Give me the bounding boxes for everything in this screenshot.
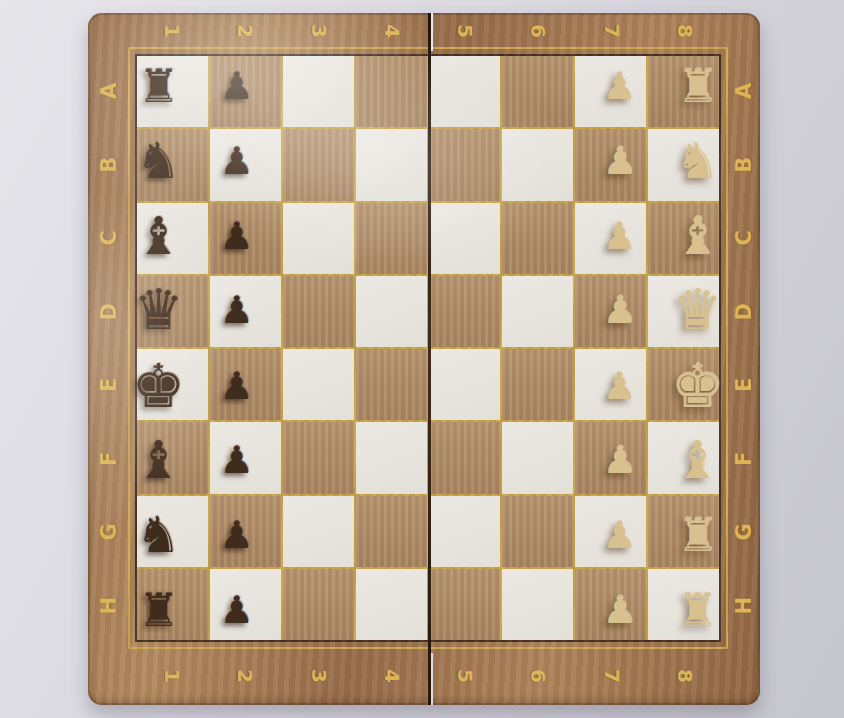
rank-label: 4 bbox=[375, 0, 407, 68]
board-square-g2[interactable]: ♟ bbox=[210, 496, 281, 567]
board-square-f6[interactable] bbox=[502, 422, 573, 493]
board-square-d8[interactable]: ♛ bbox=[648, 276, 719, 347]
file-label: A bbox=[707, 77, 781, 105]
file-label: G bbox=[72, 515, 146, 549]
board-square-h4[interactable] bbox=[356, 569, 427, 640]
board-square-b4[interactable] bbox=[356, 129, 427, 200]
board-square-d4[interactable] bbox=[356, 276, 427, 347]
rank-label: 2 bbox=[224, 639, 266, 712]
board-square-g8[interactable]: ♜ bbox=[648, 496, 719, 567]
board-fold-seam bbox=[428, 13, 431, 705]
chess-piece-dark-rook[interactable]: ♜ bbox=[138, 63, 179, 109]
chess-piece-dark-knight[interactable]: ♞ bbox=[136, 510, 181, 560]
rank-label: 8 bbox=[663, 639, 705, 712]
board-square-e8[interactable]: ♚ bbox=[648, 349, 719, 420]
rank-label: 6 bbox=[517, 639, 559, 712]
board-square-b2[interactable]: ♟ bbox=[210, 129, 281, 200]
board-square-f3[interactable] bbox=[283, 422, 354, 493]
board-square-b1[interactable]: ♞ bbox=[137, 129, 208, 200]
rank-label: 4 bbox=[370, 639, 412, 712]
board-square-e4[interactable] bbox=[356, 349, 427, 420]
board-square-g7[interactable]: ♟ bbox=[575, 496, 646, 567]
board-square-c6[interactable] bbox=[502, 203, 573, 274]
board-square-d1[interactable]: ♛ bbox=[137, 276, 208, 347]
chess-piece-dark-pawn[interactable]: ♟ bbox=[219, 591, 253, 629]
file-label: H bbox=[707, 591, 781, 619]
chess-piece-dark-king[interactable]: ♚ bbox=[132, 356, 186, 416]
board-square-d3[interactable] bbox=[283, 276, 354, 347]
rank-label: 8 bbox=[668, 0, 700, 68]
board-square-g3[interactable] bbox=[283, 496, 354, 567]
board-square-a8[interactable]: ♜ bbox=[648, 56, 719, 127]
chess-piece-dark-pawn[interactable]: ♟ bbox=[219, 217, 253, 255]
chess-piece-light-pawn[interactable]: ♟ bbox=[602, 516, 636, 554]
chess-piece-dark-pawn[interactable]: ♟ bbox=[219, 142, 253, 180]
chess-piece-light-pawn[interactable]: ♟ bbox=[602, 441, 636, 479]
chess-piece-dark-bishop[interactable]: ♝ bbox=[135, 434, 182, 486]
rank-label: 3 bbox=[302, 0, 334, 68]
rank-label: 3 bbox=[297, 639, 339, 712]
board-square-f2[interactable]: ♟ bbox=[210, 422, 281, 493]
chess-piece-light-rook[interactable]: ♜ bbox=[677, 512, 718, 558]
board-square-c4[interactable] bbox=[356, 203, 427, 274]
board-square-f5[interactable] bbox=[429, 422, 500, 493]
board-square-c7[interactable]: ♟ bbox=[575, 203, 646, 274]
board-square-d2[interactable]: ♟ bbox=[210, 276, 281, 347]
board-square-b8[interactable]: ♞ bbox=[648, 129, 719, 200]
chess-piece-dark-knight[interactable]: ♞ bbox=[136, 136, 181, 186]
rank-label: 1 bbox=[151, 639, 193, 712]
board-square-h1[interactable]: ♜ bbox=[137, 569, 208, 640]
board-square-g5[interactable] bbox=[429, 496, 500, 567]
file-label: B bbox=[72, 147, 146, 181]
board-square-d6[interactable] bbox=[502, 276, 573, 347]
board-square-e5[interactable] bbox=[429, 349, 500, 420]
file-label: A bbox=[72, 74, 146, 108]
board-square-h5[interactable] bbox=[429, 569, 500, 640]
board-square-c2[interactable]: ♟ bbox=[210, 203, 281, 274]
rank-label: 7 bbox=[595, 0, 627, 68]
board-square-d7[interactable]: ♟ bbox=[575, 276, 646, 347]
chess-piece-light-knight[interactable]: ♞ bbox=[675, 136, 720, 186]
chess-piece-light-rook[interactable]: ♜ bbox=[677, 587, 718, 633]
board-square-c1[interactable]: ♝ bbox=[137, 203, 208, 274]
rank-label: 5 bbox=[444, 639, 486, 712]
file-label: H bbox=[72, 588, 146, 622]
board-square-e3[interactable] bbox=[283, 349, 354, 420]
chess-piece-dark-pawn[interactable]: ♟ bbox=[219, 367, 253, 405]
board-square-b3[interactable] bbox=[283, 129, 354, 200]
board-square-h2[interactable]: ♟ bbox=[210, 569, 281, 640]
board-square-e6[interactable] bbox=[502, 349, 573, 420]
board-square-a1[interactable]: ♜ bbox=[137, 56, 208, 127]
chess-piece-dark-pawn[interactable]: ♟ bbox=[219, 441, 253, 479]
chess-piece-light-pawn[interactable]: ♟ bbox=[602, 217, 636, 255]
chess-piece-dark-pawn[interactable]: ♟ bbox=[219, 516, 253, 554]
file-labels-right: ABCDEFGH bbox=[730, 54, 758, 642]
board-square-f1[interactable]: ♝ bbox=[137, 422, 208, 493]
file-label: G bbox=[707, 518, 781, 546]
chess-piece-light-king[interactable]: ♚ bbox=[671, 356, 725, 416]
chess-piece-light-pawn[interactable]: ♟ bbox=[602, 291, 636, 329]
chess-piece-dark-bishop[interactable]: ♝ bbox=[135, 210, 182, 262]
board-square-g6[interactable] bbox=[502, 496, 573, 567]
chess-piece-light-bishop[interactable]: ♝ bbox=[674, 434, 721, 486]
chess-piece-light-queen[interactable]: ♛ bbox=[672, 282, 722, 338]
rank-label: 6 bbox=[522, 0, 554, 68]
chess-piece-dark-pawn[interactable]: ♟ bbox=[219, 67, 253, 105]
rank-label: 7 bbox=[590, 639, 632, 712]
board-square-h7[interactable]: ♟ bbox=[575, 569, 646, 640]
board-square-a7[interactable]: ♟ bbox=[575, 56, 646, 127]
board-square-h6[interactable] bbox=[502, 569, 573, 640]
board-square-b6[interactable] bbox=[502, 129, 573, 200]
board-square-g4[interactable] bbox=[356, 496, 427, 567]
chess-piece-dark-pawn[interactable]: ♟ bbox=[219, 291, 253, 329]
chess-piece-dark-queen[interactable]: ♛ bbox=[133, 282, 183, 338]
chess-piece-light-pawn[interactable]: ♟ bbox=[602, 142, 636, 180]
chess-piece-dark-rook[interactable]: ♜ bbox=[138, 587, 179, 633]
chess-board: 12345678 12345678 ABCDEFGH ABCDEFGH ♜♟♟♜… bbox=[88, 13, 760, 705]
board-square-f7[interactable]: ♟ bbox=[575, 422, 646, 493]
file-labels-left: ABCDEFGH bbox=[92, 54, 126, 642]
board-square-b7[interactable]: ♟ bbox=[575, 129, 646, 200]
board-square-b5[interactable] bbox=[429, 129, 500, 200]
board-square-d5[interactable] bbox=[429, 276, 500, 347]
board-square-e1[interactable]: ♚ bbox=[137, 349, 208, 420]
board-square-c3[interactable] bbox=[283, 203, 354, 274]
board-square-f8[interactable]: ♝ bbox=[648, 422, 719, 493]
board-square-h8[interactable]: ♜ bbox=[648, 569, 719, 640]
chess-piece-light-pawn[interactable]: ♟ bbox=[602, 67, 636, 105]
chess-piece-light-pawn[interactable]: ♟ bbox=[602, 591, 636, 629]
chess-piece-light-pawn[interactable]: ♟ bbox=[602, 367, 636, 405]
photo-background: 12345678 12345678 ABCDEFGH ABCDEFGH ♜♟♟♜… bbox=[0, 0, 844, 718]
board-square-c8[interactable]: ♝ bbox=[648, 203, 719, 274]
board-square-e2[interactable]: ♟ bbox=[210, 349, 281, 420]
rank-label: 1 bbox=[156, 0, 188, 68]
board-square-c5[interactable] bbox=[429, 203, 500, 274]
chess-piece-light-rook[interactable]: ♜ bbox=[677, 63, 718, 109]
chess-piece-light-bishop[interactable]: ♝ bbox=[674, 210, 721, 262]
board-square-e7[interactable]: ♟ bbox=[575, 349, 646, 420]
board-square-f4[interactable] bbox=[356, 422, 427, 493]
board-square-a2[interactable]: ♟ bbox=[210, 56, 281, 127]
board-square-h3[interactable] bbox=[283, 569, 354, 640]
board-square-g1[interactable]: ♞ bbox=[137, 496, 208, 567]
rank-label: 5 bbox=[449, 0, 481, 68]
rank-label: 2 bbox=[229, 0, 261, 68]
